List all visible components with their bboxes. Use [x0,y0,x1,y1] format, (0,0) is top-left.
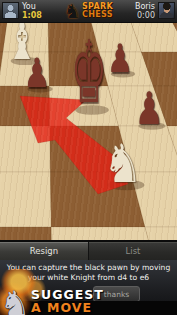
knight-logo-icon: ♞ [64,1,81,21]
piece-black-pawn[interactable]: ♟ [133,86,165,131]
hint-text: You can capture the black pawn by moving… [0,263,177,283]
header-bar: You 1:08 ♞ SPARK CHESS Boris 0:00 [0,0,177,23]
chess-board[interactable]: ♝♟♚♟♟♞ [0,22,177,240]
hint-line1: You can capture the black pawn by moving [0,263,177,273]
app-logo: ♞ SPARK CHESS [64,1,113,21]
list-button[interactable]: List [89,242,177,260]
ad-text[interactable]: SUGGEST A MOVE [31,288,104,314]
board-square[interactable] [0,172,51,227]
piece-white-knight[interactable]: ♞ [101,137,145,190]
you-clock: 1:08 [22,11,42,20]
flaming-knight-icon[interactable]: ♞ [0,286,30,315]
piece-black-king[interactable]: ♚ [69,29,109,115]
opponent-avatar [158,2,175,19]
board-square[interactable] [145,227,177,240]
ad-line2[interactable]: A MOVE [31,301,104,314]
board-square[interactable] [51,227,160,240]
opponent-name: Boris [135,2,155,11]
you-name: You [22,2,36,11]
sparkchess-app: You 1:08 ♞ SPARK CHESS Boris 0:00 ♝♟♚♟♟♞… [0,0,177,315]
logo-text-chess: CHESS [82,11,113,19]
you-avatar [2,2,19,19]
opponent-clock: 0:00 [137,11,155,20]
piece-black-pawn[interactable]: ♟ [106,40,135,79]
piece-black-pawn[interactable]: ♟ [22,54,52,95]
resign-button[interactable]: Resign [0,242,89,260]
action-bar: Resign List [0,240,177,260]
hint-line2: your white Knight from d4 to e6 [0,273,177,283]
board-square[interactable] [0,227,52,240]
